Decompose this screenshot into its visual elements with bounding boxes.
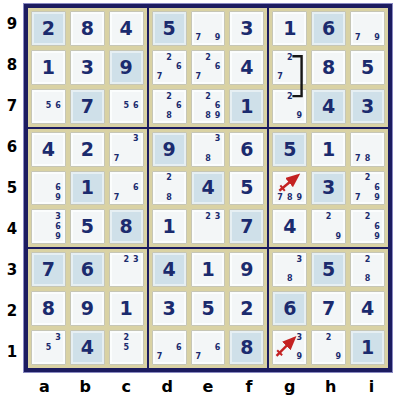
candidate-9: 9 bbox=[53, 193, 63, 203]
digit: 6 bbox=[322, 19, 335, 38]
box-5: 938628451237 bbox=[148, 128, 269, 249]
cell-a6[interactable]: 4 bbox=[31, 132, 66, 167]
cell-f2[interactable]: 2 bbox=[229, 291, 264, 326]
cell-f3[interactable]: 9 bbox=[229, 252, 264, 287]
candidate-8: 8 bbox=[203, 154, 213, 164]
cell-c1[interactable]: 25 bbox=[109, 330, 144, 365]
cell-f4[interactable]: 7 bbox=[229, 209, 264, 244]
digit: 8 bbox=[322, 58, 335, 77]
cell-b9[interactable]: 8 bbox=[70, 11, 105, 46]
cell-d7[interactable]: 268 bbox=[152, 89, 187, 124]
cell-d4[interactable]: 1 bbox=[152, 209, 187, 244]
cell-i9[interactable]: 79 bbox=[350, 11, 385, 46]
digit: 6 bbox=[283, 299, 296, 318]
candidate-6: 6 bbox=[213, 343, 223, 353]
cell-h6[interactable]: 1 bbox=[311, 132, 346, 167]
col-label-f: f bbox=[228, 374, 269, 398]
cell-a3[interactable]: 7 bbox=[31, 252, 66, 287]
candidate-2: 2 bbox=[164, 174, 174, 184]
col-label-h: h bbox=[310, 374, 351, 398]
row-label-7: 7 bbox=[0, 86, 24, 127]
cell-b5[interactable]: 1 bbox=[70, 171, 105, 206]
row-label-1: 1 bbox=[0, 331, 24, 372]
candidate-2: 2 bbox=[363, 174, 373, 184]
cell-h8[interactable]: 8 bbox=[311, 50, 346, 85]
candidates: 39 bbox=[275, 333, 304, 362]
digit: 4 bbox=[201, 178, 214, 197]
candidate-9: 9 bbox=[53, 232, 63, 242]
cell-f1[interactable]: 8 bbox=[229, 330, 264, 365]
cell-h9[interactable]: 6 bbox=[311, 11, 346, 46]
candidate-2: 2 bbox=[324, 212, 334, 222]
candidate-7: 7 bbox=[155, 72, 165, 82]
cell-f9[interactable]: 3 bbox=[229, 11, 264, 46]
sudoku-solver-page: 987654321 284139567565793267267426826891… bbox=[0, 0, 400, 400]
candidate-2: 2 bbox=[164, 92, 174, 102]
candidates: 23 bbox=[194, 212, 223, 241]
candidate-2: 2 bbox=[203, 92, 213, 102]
candidate-9: 9 bbox=[333, 352, 343, 362]
cell-g7[interactable]: 29 bbox=[272, 89, 307, 124]
cell-e2[interactable]: 5 bbox=[191, 291, 226, 326]
digit: 1 bbox=[120, 299, 133, 318]
cell-i1[interactable]: 1 bbox=[350, 330, 385, 365]
candidate-2: 2 bbox=[203, 212, 213, 222]
digit: 1 bbox=[361, 338, 374, 357]
candidate-9: 9 bbox=[295, 352, 305, 362]
candidate-3: 3 bbox=[53, 212, 63, 222]
cell-b3[interactable]: 6 bbox=[70, 252, 105, 287]
cell-h1[interactable]: 29 bbox=[311, 330, 346, 365]
cell-a5[interactable]: 69 bbox=[31, 171, 66, 206]
cell-i3[interactable]: 28 bbox=[350, 252, 385, 287]
candidates: 29 bbox=[314, 212, 343, 241]
digit: 3 bbox=[240, 19, 253, 38]
cell-c3[interactable]: 23 bbox=[109, 252, 144, 287]
col-label-e: e bbox=[188, 374, 229, 398]
box-9: 3852867439291 bbox=[268, 248, 389, 369]
candidates: 38 bbox=[275, 255, 304, 284]
cell-i6[interactable]: 78 bbox=[350, 132, 385, 167]
cell-a8[interactable]: 1 bbox=[31, 50, 66, 85]
digit: 5 bbox=[283, 140, 296, 159]
cell-c8[interactable]: 9 bbox=[109, 50, 144, 85]
candidate-5: 5 bbox=[121, 343, 131, 353]
cell-d2[interactable]: 3 bbox=[152, 291, 187, 326]
col-label-i: i bbox=[351, 374, 392, 398]
candidate-7: 7 bbox=[353, 33, 363, 43]
cell-g9[interactable]: 1 bbox=[272, 11, 307, 46]
cell-h7[interactable]: 4 bbox=[311, 89, 346, 124]
candidate-8: 8 bbox=[164, 111, 174, 121]
cell-e6[interactable]: 38 bbox=[191, 132, 226, 167]
cell-a2[interactable]: 8 bbox=[31, 291, 66, 326]
candidate-3: 3 bbox=[295, 255, 305, 265]
digit: 7 bbox=[240, 217, 253, 236]
box-1: 28413956756 bbox=[27, 7, 148, 128]
digit: 7 bbox=[42, 260, 55, 279]
candidate-6: 6 bbox=[53, 101, 63, 111]
cell-f5[interactable]: 5 bbox=[229, 171, 264, 206]
cell-g5[interactable]: 789 bbox=[272, 171, 307, 206]
candidate-7: 7 bbox=[275, 72, 285, 82]
cell-a4[interactable]: 369 bbox=[31, 209, 66, 244]
candidate-7: 7 bbox=[194, 352, 204, 362]
digit: 3 bbox=[361, 97, 374, 116]
candidates: 789 bbox=[275, 174, 304, 203]
digit: 4 bbox=[361, 299, 374, 318]
cell-f8[interactable]: 4 bbox=[229, 50, 264, 85]
candidate-5: 5 bbox=[44, 343, 54, 353]
cell-f7[interactable]: 1 bbox=[229, 89, 264, 124]
candidate-6: 6 bbox=[213, 63, 223, 73]
digit: 4 bbox=[81, 338, 94, 357]
box-6: 517878932679429269 bbox=[268, 128, 389, 249]
candidate-9: 9 bbox=[213, 33, 223, 43]
digit: 8 bbox=[240, 338, 253, 357]
cell-c6[interactable]: 37 bbox=[109, 132, 144, 167]
cell-a7[interactable]: 56 bbox=[31, 89, 66, 124]
digit: 6 bbox=[240, 140, 253, 159]
digit: 8 bbox=[81, 19, 94, 38]
candidates: 25 bbox=[112, 333, 141, 362]
candidate-7: 7 bbox=[112, 154, 122, 164]
cell-d1[interactable]: 67 bbox=[152, 330, 187, 365]
cell-d9[interactable]: 5 bbox=[152, 11, 187, 46]
candidate-6: 6 bbox=[53, 222, 63, 232]
candidate-7: 7 bbox=[194, 33, 204, 43]
candidate-6: 6 bbox=[372, 183, 382, 193]
candidates: 23 bbox=[112, 255, 141, 284]
candidates: 269 bbox=[353, 212, 382, 241]
candidate-5: 5 bbox=[44, 101, 54, 111]
candidates: 56 bbox=[34, 92, 63, 121]
cell-d3[interactable]: 4 bbox=[152, 252, 187, 287]
cell-a1[interactable]: 35 bbox=[31, 330, 66, 365]
cell-h4[interactable]: 29 bbox=[311, 209, 346, 244]
candidate-7: 7 bbox=[353, 154, 363, 164]
candidate-3: 3 bbox=[131, 135, 141, 145]
cell-e8[interactable]: 267 bbox=[191, 50, 226, 85]
cell-g6[interactable]: 5 bbox=[272, 132, 307, 167]
cell-e4[interactable]: 23 bbox=[191, 209, 226, 244]
candidates: 79 bbox=[194, 14, 223, 43]
digit: 9 bbox=[240, 260, 253, 279]
cell-d5[interactable]: 28 bbox=[152, 171, 187, 206]
candidate-7: 7 bbox=[275, 193, 285, 203]
candidate-2: 2 bbox=[203, 53, 213, 63]
candidate-2: 2 bbox=[121, 333, 131, 343]
cell-c2[interactable]: 1 bbox=[109, 291, 144, 326]
row-label-5: 5 bbox=[0, 168, 24, 209]
digit: 7 bbox=[81, 97, 94, 116]
candidate-8: 8 bbox=[363, 275, 373, 285]
candidate-3: 3 bbox=[213, 212, 223, 222]
candidate-6: 6 bbox=[131, 101, 141, 111]
candidate-2: 2 bbox=[285, 92, 295, 102]
digit: 1 bbox=[42, 58, 55, 77]
digit: 5 bbox=[81, 217, 94, 236]
candidates: 28 bbox=[155, 174, 184, 203]
digit: 5 bbox=[201, 299, 214, 318]
cell-h3[interactable]: 5 bbox=[311, 252, 346, 287]
digit: 1 bbox=[240, 97, 253, 116]
cell-b6[interactable]: 2 bbox=[70, 132, 105, 167]
candidate-7: 7 bbox=[112, 193, 122, 203]
candidate-2: 2 bbox=[121, 255, 131, 265]
digit: 8 bbox=[120, 217, 133, 236]
candidates: 67 bbox=[194, 333, 223, 362]
cell-g8[interactable]: 27 bbox=[272, 50, 307, 85]
digit: 5 bbox=[322, 260, 335, 279]
candidate-7: 7 bbox=[353, 193, 363, 203]
cell-i4[interactable]: 269 bbox=[350, 209, 385, 244]
candidates: 267 bbox=[194, 53, 223, 82]
digit: 9 bbox=[81, 299, 94, 318]
cell-b7[interactable]: 7 bbox=[70, 89, 105, 124]
candidates: 79 bbox=[353, 14, 382, 43]
cell-i7[interactable]: 3 bbox=[350, 89, 385, 124]
cell-e9[interactable]: 79 bbox=[191, 11, 226, 46]
candidate-2: 2 bbox=[363, 212, 373, 222]
candidates: 67 bbox=[112, 174, 141, 203]
candidates: 2679 bbox=[353, 174, 382, 203]
digit: 1 bbox=[322, 140, 335, 159]
candidates: 37 bbox=[112, 135, 141, 164]
box-4: 42376916736958 bbox=[27, 128, 148, 249]
digit: 5 bbox=[240, 178, 253, 197]
candidates: 29 bbox=[275, 92, 304, 121]
cell-g4[interactable]: 4 bbox=[272, 209, 307, 244]
candidate-2: 2 bbox=[285, 53, 295, 63]
candidate-8: 8 bbox=[363, 154, 373, 164]
cell-b4[interactable]: 5 bbox=[70, 209, 105, 244]
candidate-9: 9 bbox=[372, 232, 382, 242]
digit: 6 bbox=[81, 260, 94, 279]
candidate-8: 8 bbox=[285, 275, 295, 285]
cell-c7[interactable]: 56 bbox=[109, 89, 144, 124]
candidates: 69 bbox=[34, 174, 63, 203]
cell-c5[interactable]: 67 bbox=[109, 171, 144, 206]
candidate-7: 7 bbox=[155, 352, 165, 362]
sudoku-board: 2841395675657932672674268268911679278529… bbox=[24, 4, 392, 372]
cell-e3[interactable]: 1 bbox=[191, 252, 226, 287]
candidate-9: 9 bbox=[333, 232, 343, 242]
row-label-3: 3 bbox=[0, 249, 24, 290]
candidate-6: 6 bbox=[174, 343, 184, 353]
cell-g2[interactable]: 6 bbox=[272, 291, 307, 326]
digit: 2 bbox=[42, 19, 55, 38]
digit: 4 bbox=[42, 140, 55, 159]
candidate-8: 8 bbox=[164, 193, 174, 203]
digit: 2 bbox=[81, 140, 94, 159]
digit: 5 bbox=[162, 19, 175, 38]
candidates: 35 bbox=[34, 333, 63, 362]
row-label-8: 8 bbox=[0, 45, 24, 86]
candidate-3: 3 bbox=[295, 333, 305, 343]
digit: 5 bbox=[361, 58, 374, 77]
digit: 7 bbox=[322, 299, 335, 318]
cell-i8[interactable]: 5 bbox=[350, 50, 385, 85]
col-label-b: b bbox=[65, 374, 106, 398]
candidates: 78 bbox=[353, 135, 382, 164]
cell-d8[interactable]: 267 bbox=[152, 50, 187, 85]
box-8: 41935267678 bbox=[148, 248, 269, 369]
row-labels: 987654321 bbox=[0, 4, 24, 372]
cell-g1[interactable]: 39 bbox=[272, 330, 307, 365]
digit: 9 bbox=[162, 140, 175, 159]
candidates: 67 bbox=[155, 333, 184, 362]
cell-f6[interactable]: 6 bbox=[229, 132, 264, 167]
digit: 4 bbox=[120, 19, 133, 38]
digit: 4 bbox=[283, 217, 296, 236]
candidate-9: 9 bbox=[372, 33, 382, 43]
cell-i2[interactable]: 4 bbox=[350, 291, 385, 326]
cell-c9[interactable]: 4 bbox=[109, 11, 144, 46]
digit: 1 bbox=[81, 178, 94, 197]
cell-h2[interactable]: 7 bbox=[311, 291, 346, 326]
candidate-6: 6 bbox=[174, 101, 184, 111]
candidates: 27 bbox=[275, 53, 304, 82]
candidate-2: 2 bbox=[164, 53, 174, 63]
candidates: 369 bbox=[34, 212, 63, 241]
digit: 8 bbox=[42, 299, 55, 318]
candidate-6: 6 bbox=[131, 183, 141, 193]
cell-g3[interactable]: 38 bbox=[272, 252, 307, 287]
candidates: 2689 bbox=[194, 92, 223, 121]
candidate-9: 9 bbox=[295, 193, 305, 203]
column-labels: abcdefghi bbox=[24, 374, 392, 398]
cell-b1[interactable]: 4 bbox=[70, 330, 105, 365]
col-label-g: g bbox=[269, 374, 310, 398]
col-label-c: c bbox=[106, 374, 147, 398]
digit: 1 bbox=[162, 217, 175, 236]
candidate-6: 6 bbox=[372, 222, 382, 232]
digit: 9 bbox=[120, 58, 133, 77]
digit: 4 bbox=[240, 58, 253, 77]
candidate-6: 6 bbox=[213, 101, 223, 111]
box-3: 167927852943 bbox=[268, 7, 389, 128]
candidates: 38 bbox=[194, 135, 223, 164]
candidate-2: 2 bbox=[363, 255, 373, 265]
cell-a9[interactable]: 2 bbox=[31, 11, 66, 46]
cell-b2[interactable]: 9 bbox=[70, 291, 105, 326]
cell-d6[interactable]: 9 bbox=[152, 132, 187, 167]
box-2: 5793267267426826891 bbox=[148, 7, 269, 128]
cell-e7[interactable]: 2689 bbox=[191, 89, 226, 124]
cell-e1[interactable]: 67 bbox=[191, 330, 226, 365]
candidates: 56 bbox=[112, 92, 141, 121]
candidates: 267 bbox=[155, 53, 184, 82]
candidates: 29 bbox=[314, 333, 343, 362]
candidate-5: 5 bbox=[121, 101, 131, 111]
digit: 3 bbox=[322, 178, 335, 197]
candidate-6: 6 bbox=[53, 183, 63, 193]
candidate-3: 3 bbox=[53, 333, 63, 343]
digit: 1 bbox=[283, 19, 296, 38]
candidate-2: 2 bbox=[324, 333, 334, 343]
cell-b8[interactable]: 3 bbox=[70, 50, 105, 85]
candidate-9: 9 bbox=[295, 111, 305, 121]
digit: 4 bbox=[322, 97, 335, 116]
col-label-a: a bbox=[24, 374, 65, 398]
candidate-3: 3 bbox=[131, 255, 141, 265]
candidates: 28 bbox=[353, 255, 382, 284]
digit: 3 bbox=[162, 299, 175, 318]
digit: 3 bbox=[81, 58, 94, 77]
row-label-4: 4 bbox=[0, 208, 24, 249]
candidate-7: 7 bbox=[194, 72, 204, 82]
cell-h5[interactable]: 3 bbox=[311, 171, 346, 206]
col-label-d: d bbox=[147, 374, 188, 398]
row-label-9: 9 bbox=[0, 4, 24, 45]
cell-i5[interactable]: 2679 bbox=[350, 171, 385, 206]
candidate-9: 9 bbox=[372, 193, 382, 203]
candidate-6: 6 bbox=[174, 63, 184, 73]
cell-e5[interactable]: 4 bbox=[191, 171, 226, 206]
cell-c4[interactable]: 8 bbox=[109, 209, 144, 244]
candidate-8: 8 bbox=[285, 193, 295, 203]
row-label-6: 6 bbox=[0, 127, 24, 168]
row-label-2: 2 bbox=[0, 290, 24, 331]
digit: 4 bbox=[162, 260, 175, 279]
candidates: 268 bbox=[155, 92, 184, 121]
digit: 1 bbox=[201, 260, 214, 279]
candidate-8: 8 bbox=[203, 111, 213, 121]
candidate-3: 3 bbox=[213, 135, 223, 145]
box-7: 762389135425 bbox=[27, 248, 148, 369]
digit: 2 bbox=[240, 299, 253, 318]
candidate-9: 9 bbox=[213, 111, 223, 121]
